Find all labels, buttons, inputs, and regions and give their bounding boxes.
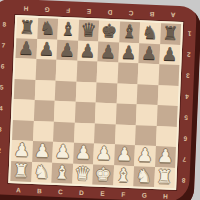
rank-label-2: 2: [187, 51, 191, 58]
file-label-h: H: [24, 5, 29, 12]
square-b7[interactable]: ♟: [36, 38, 57, 59]
square-c5[interactable]: [55, 80, 76, 101]
rank-label-4: 4: [185, 93, 189, 100]
square-a3[interactable]: [12, 120, 33, 141]
square-g6[interactable]: [138, 63, 159, 84]
square-e1[interactable]: ♚: [92, 164, 113, 185]
square-d1[interactable]: ♛: [72, 163, 93, 184]
piece-white-pawn[interactable]: ♟: [95, 144, 112, 163]
square-f4[interactable]: [115, 103, 136, 124]
piece-white-knight[interactable]: ♞: [33, 162, 50, 181]
file-label-a: A: [171, 11, 176, 18]
file-label-a: A: [16, 187, 21, 194]
square-d6[interactable]: [76, 61, 97, 82]
square-d8[interactable]: ♛: [78, 20, 99, 41]
square-b8[interactable]: ♞: [37, 18, 58, 39]
rank-label-1: 1: [188, 30, 192, 37]
square-a7[interactable]: ♟: [16, 38, 37, 59]
square-c8[interactable]: ♝: [57, 19, 78, 40]
square-f2[interactable]: ♟: [114, 144, 135, 165]
piece-white-pawn[interactable]: ♟: [54, 143, 71, 162]
square-g5[interactable]: [137, 84, 158, 105]
square-d5[interactable]: [75, 81, 96, 102]
square-b2[interactable]: ♟: [32, 141, 53, 162]
square-c2[interactable]: ♟: [52, 142, 73, 163]
rank-label-6: 6: [183, 134, 187, 141]
piece-white-pawn[interactable]: ♟: [116, 145, 133, 164]
piece-white-queen[interactable]: ♛: [74, 164, 91, 183]
file-label-g: G: [44, 6, 49, 13]
piece-white-knight[interactable]: ♞: [135, 167, 152, 186]
square-d3[interactable]: [74, 122, 95, 143]
file-label-f: F: [121, 191, 125, 198]
square-d4[interactable]: [74, 102, 95, 123]
rank-label-7: 7: [2, 43, 6, 50]
square-g2[interactable]: ♟: [134, 145, 155, 166]
square-c4[interactable]: [54, 101, 75, 122]
board-inner-frame: ♜♞♝♛♚♝♞♜♟♟♟♟♟♟♟♟♟♟♟♟♟♟♟♟♜♞♝♛♚♝♞♜: [8, 15, 183, 190]
square-h8[interactable]: ♜: [160, 23, 181, 44]
rank-label-3: 3: [0, 127, 2, 134]
square-c7[interactable]: ♟: [56, 39, 77, 60]
square-d7[interactable]: ♟: [77, 40, 98, 61]
board-grid: ♜♞♝♛♚♝♞♜♟♟♟♟♟♟♟♟♟♟♟♟♟♟♟♟♜♞♝♛♚♝♞♜: [10, 17, 181, 188]
square-f3[interactable]: [114, 124, 135, 145]
piece-black-king[interactable]: ♚: [101, 21, 118, 40]
piece-white-pawn[interactable]: ♟: [136, 146, 153, 165]
file-label-e: E: [87, 7, 92, 14]
piece-white-rook[interactable]: ♜: [156, 167, 173, 186]
file-label-c: C: [129, 9, 134, 16]
piece-white-king[interactable]: ♚: [95, 165, 112, 184]
piece-black-knight[interactable]: ♞: [39, 19, 56, 38]
piece-white-pawn[interactable]: ♟: [13, 141, 30, 160]
square-g1[interactable]: ♞: [133, 166, 154, 187]
piece-black-pawn[interactable]: ♟: [100, 42, 117, 61]
square-a1[interactable]: ♜: [10, 161, 31, 182]
piece-white-pawn[interactable]: ♟: [75, 143, 92, 162]
square-c6[interactable]: [56, 60, 77, 81]
file-label-f: F: [66, 6, 70, 13]
rank-label-4: 4: [0, 106, 3, 113]
square-a8[interactable]: ♜: [16, 17, 37, 38]
rank-label-6: 6: [1, 64, 5, 71]
square-b6[interactable]: [35, 59, 56, 80]
square-a2[interactable]: ♟: [11, 140, 32, 161]
square-e3[interactable]: [94, 123, 115, 144]
square-g8[interactable]: ♞: [139, 22, 160, 43]
file-label-c: C: [58, 189, 63, 196]
piece-white-pawn[interactable]: ♟: [34, 142, 51, 161]
square-h7[interactable]: ♟: [159, 44, 180, 65]
rank-label-8: 8: [2, 22, 6, 29]
file-label-d: D: [79, 190, 84, 197]
piece-black-knight[interactable]: ♞: [141, 23, 158, 42]
square-b1[interactable]: ♞: [31, 161, 52, 182]
square-e6[interactable]: [97, 62, 118, 83]
piece-black-rook[interactable]: ♜: [162, 24, 179, 43]
square-b3[interactable]: [33, 120, 54, 141]
file-label-e: E: [100, 191, 105, 198]
piece-white-rook[interactable]: ♜: [13, 161, 30, 180]
square-h6[interactable]: [158, 64, 179, 85]
piece-white-bishop[interactable]: ♝: [115, 166, 132, 185]
square-a5[interactable]: [14, 79, 35, 100]
file-label-d: D: [108, 8, 113, 15]
square-h1[interactable]: ♜: [154, 167, 175, 188]
file-label-b: B: [150, 10, 155, 17]
rank-label-2: 2: [0, 148, 1, 155]
piece-black-queen[interactable]: ♛: [80, 21, 97, 40]
file-label-h: H: [163, 193, 168, 200]
piece-black-pawn[interactable]: ♟: [18, 38, 35, 57]
piece-black-bishop[interactable]: ♝: [60, 20, 77, 39]
square-f1[interactable]: ♝: [113, 165, 134, 186]
square-h5[interactable]: [157, 85, 178, 106]
piece-black-rook[interactable]: ♜: [19, 18, 36, 37]
piece-black-pawn[interactable]: ♟: [38, 39, 55, 58]
piece-black-pawn[interactable]: ♟: [120, 43, 137, 62]
square-a4[interactable]: [13, 99, 34, 120]
square-g4[interactable]: [136, 104, 157, 125]
square-c3[interactable]: [53, 121, 74, 142]
square-g3[interactable]: [135, 125, 156, 146]
rank-label-3: 3: [186, 72, 190, 79]
square-h4[interactable]: [156, 105, 177, 126]
square-f6[interactable]: [117, 62, 138, 83]
file-label-g: G: [142, 192, 147, 199]
square-a6[interactable]: [15, 58, 36, 79]
square-e2[interactable]: ♟: [93, 143, 114, 164]
piece-black-bishop[interactable]: ♝: [121, 22, 138, 41]
file-label-b: B: [37, 188, 42, 195]
square-e5[interactable]: [96, 82, 117, 103]
rank-label-5: 5: [184, 113, 188, 120]
piece-black-pawn[interactable]: ♟: [79, 41, 96, 60]
rank-label-5: 5: [0, 85, 4, 92]
square-h3[interactable]: [155, 126, 176, 147]
chess-board: ABCDEFGH ABCDEFGH 87654321 87654321 ♜♞♝♛…: [0, 0, 200, 200]
square-f8[interactable]: ♝: [119, 21, 140, 42]
piece-white-bishop[interactable]: ♝: [54, 163, 71, 182]
square-g7[interactable]: ♟: [138, 43, 159, 64]
square-e8[interactable]: ♚: [98, 21, 119, 42]
piece-white-pawn[interactable]: ♟: [157, 147, 174, 166]
piece-black-pawn[interactable]: ♟: [161, 44, 178, 63]
square-f5[interactable]: [116, 83, 137, 104]
square-c1[interactable]: ♝: [51, 162, 72, 183]
square-b4[interactable]: [33, 100, 54, 121]
square-h2[interactable]: ♟: [155, 146, 176, 167]
square-e4[interactable]: [95, 103, 116, 124]
piece-black-pawn[interactable]: ♟: [59, 40, 76, 59]
square-f7[interactable]: ♟: [118, 42, 139, 63]
square-d2[interactable]: ♟: [73, 143, 94, 164]
piece-black-pawn[interactable]: ♟: [141, 44, 158, 63]
square-b5[interactable]: [34, 79, 55, 100]
rank-label-7: 7: [182, 155, 186, 162]
square-e7[interactable]: ♟: [97, 41, 118, 62]
rank-label-8: 8: [182, 176, 186, 183]
